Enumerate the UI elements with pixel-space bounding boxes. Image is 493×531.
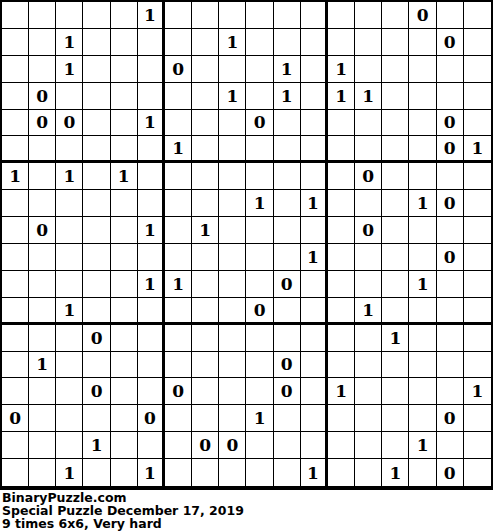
- empty-cell-r11c4[interactable]: [83, 271, 110, 298]
- empty-cell-r5c14[interactable]: [355, 110, 382, 137]
- empty-cell-r1c9[interactable]: [219, 2, 246, 29]
- empty-cell-r6c4[interactable]: [83, 136, 110, 163]
- empty-cell-r2c2[interactable]: [29, 29, 56, 56]
- empty-cell-r7c15[interactable]: [382, 163, 409, 190]
- given-digit-cell-r5c10: 0: [246, 110, 273, 137]
- given-digit-cell-r9c14: 0: [355, 217, 382, 244]
- empty-cell-r9c16[interactable]: [409, 217, 436, 244]
- empty-cell-r10c8[interactable]: [192, 244, 219, 271]
- empty-cell-r16c18[interactable]: [464, 405, 491, 432]
- empty-cell-r12c17[interactable]: [437, 298, 464, 325]
- empty-cell-r12c18[interactable]: [464, 298, 491, 325]
- empty-cell-r18c14[interactable]: [355, 459, 382, 486]
- empty-cell-r1c15[interactable]: [382, 2, 409, 29]
- empty-cell-r11c18[interactable]: [464, 271, 491, 298]
- empty-cell-r11c3[interactable]: [56, 271, 83, 298]
- empty-cell-r6c11[interactable]: [274, 136, 301, 163]
- empty-cell-r5c11[interactable]: [274, 110, 301, 137]
- empty-cell-r6c15[interactable]: [382, 136, 409, 163]
- empty-cell-r15c16[interactable]: [409, 378, 436, 405]
- empty-cell-r7c7[interactable]: [165, 163, 192, 190]
- empty-cell-r2c1[interactable]: [2, 29, 29, 56]
- empty-cell-r8c15[interactable]: [382, 190, 409, 217]
- empty-cell-r15c3[interactable]: [56, 378, 83, 405]
- empty-cell-r2c10[interactable]: [246, 29, 273, 56]
- empty-cell-r17c11[interactable]: [274, 432, 301, 459]
- empty-cell-r13c3[interactable]: [56, 325, 83, 352]
- empty-cell-r7c6[interactable]: [138, 163, 165, 190]
- empty-cell-r11c12[interactable]: [301, 271, 328, 298]
- given-digit-cell-r17c9: 0: [219, 432, 246, 459]
- empty-cell-r12c12[interactable]: [301, 298, 328, 325]
- empty-cell-r8c4[interactable]: [83, 190, 110, 217]
- empty-cell-r18c11[interactable]: [274, 459, 301, 486]
- empty-cell-r11c2[interactable]: [29, 271, 56, 298]
- empty-cell-r9c9[interactable]: [219, 217, 246, 244]
- given-digit-cell-r15c13: 1: [328, 378, 355, 405]
- empty-cell-r8c13[interactable]: [328, 190, 355, 217]
- empty-cell-r15c14[interactable]: [355, 378, 382, 405]
- empty-cell-r3c2[interactable]: [29, 56, 56, 83]
- given-digit-cell-r12c10: 0: [246, 298, 273, 325]
- given-digit-cell-r17c16: 1: [409, 432, 436, 459]
- empty-cell-r18c9[interactable]: [219, 459, 246, 486]
- empty-cell-r16c8[interactable]: [192, 405, 219, 432]
- empty-cell-r12c4[interactable]: [83, 298, 110, 325]
- empty-cell-r13c17[interactable]: [437, 325, 464, 352]
- empty-cell-r6c13[interactable]: [328, 136, 355, 163]
- empty-cell-r3c5[interactable]: [111, 56, 138, 83]
- empty-cell-r12c6[interactable]: [138, 298, 165, 325]
- empty-cell-r6c10[interactable]: [246, 136, 273, 163]
- empty-cell-r16c4[interactable]: [83, 405, 110, 432]
- empty-cell-r18c8[interactable]: [192, 459, 219, 486]
- given-digit-cell-r16c10: 1: [246, 405, 273, 432]
- empty-cell-r4c4[interactable]: [83, 83, 110, 110]
- empty-cell-r6c3[interactable]: [56, 136, 83, 163]
- empty-cell-r6c5[interactable]: [111, 136, 138, 163]
- given-digit-cell-r14c11: 0: [274, 352, 301, 379]
- empty-cell-r16c11[interactable]: [274, 405, 301, 432]
- given-digit-cell-r11c6: 1: [138, 271, 165, 298]
- empty-cell-r6c2[interactable]: [29, 136, 56, 163]
- empty-cell-r15c12[interactable]: [301, 378, 328, 405]
- empty-cell-r3c16[interactable]: [409, 56, 436, 83]
- empty-cell-r10c16[interactable]: [409, 244, 436, 271]
- empty-cell-r5c18[interactable]: [464, 110, 491, 137]
- given-digit-cell-r4c13: 1: [328, 83, 355, 110]
- empty-cell-r2c14[interactable]: [355, 29, 382, 56]
- given-digit-cell-r8c16: 1: [409, 190, 436, 217]
- empty-cell-r14c6[interactable]: [138, 352, 165, 379]
- empty-cell-r3c17[interactable]: [437, 56, 464, 83]
- empty-cell-r8c6[interactable]: [138, 190, 165, 217]
- empty-cell-r14c12[interactable]: [301, 352, 328, 379]
- empty-cell-r12c15[interactable]: [382, 298, 409, 325]
- empty-cell-r13c18[interactable]: [464, 325, 491, 352]
- empty-cell-r12c13[interactable]: [328, 298, 355, 325]
- empty-cell-r4c8[interactable]: [192, 83, 219, 110]
- empty-cell-r4c16[interactable]: [409, 83, 436, 110]
- empty-cell-r8c18[interactable]: [464, 190, 491, 217]
- empty-cell-r13c11[interactable]: [274, 325, 301, 352]
- empty-cell-r5c8[interactable]: [192, 110, 219, 137]
- empty-cell-r17c10[interactable]: [246, 432, 273, 459]
- empty-cell-r10c9[interactable]: [219, 244, 246, 271]
- empty-cell-r2c7[interactable]: [165, 29, 192, 56]
- empty-cell-r17c3[interactable]: [56, 432, 83, 459]
- empty-cell-r16c12[interactable]: [301, 405, 328, 432]
- given-digit-cell-r8c17: 0: [437, 190, 464, 217]
- empty-cell-r7c13[interactable]: [328, 163, 355, 190]
- empty-cell-r4c18[interactable]: [464, 83, 491, 110]
- given-digit-cell-r1c6: 1: [138, 2, 165, 29]
- empty-cell-r5c12[interactable]: [301, 110, 328, 137]
- empty-cell-r15c6[interactable]: [138, 378, 165, 405]
- empty-cell-r13c10[interactable]: [246, 325, 273, 352]
- empty-cell-r8c5[interactable]: [111, 190, 138, 217]
- empty-cell-r16c16[interactable]: [409, 405, 436, 432]
- empty-cell-r14c8[interactable]: [192, 352, 219, 379]
- empty-cell-r3c4[interactable]: [83, 56, 110, 83]
- empty-cell-r11c8[interactable]: [192, 271, 219, 298]
- empty-cell-r11c13[interactable]: [328, 271, 355, 298]
- empty-cell-r15c10[interactable]: [246, 378, 273, 405]
- empty-cell-r18c13[interactable]: [328, 459, 355, 486]
- empty-cell-r17c7[interactable]: [165, 432, 192, 459]
- empty-cell-r9c15[interactable]: [382, 217, 409, 244]
- empty-cell-r2c12[interactable]: [301, 29, 328, 56]
- empty-cell-r9c13[interactable]: [328, 217, 355, 244]
- empty-cell-r16c14[interactable]: [355, 405, 382, 432]
- empty-cell-r3c18[interactable]: [464, 56, 491, 83]
- empty-cell-r3c1[interactable]: [2, 56, 29, 83]
- given-digit-cell-r2c17: 0: [437, 29, 464, 56]
- given-digit-cell-r3c11: 1: [274, 56, 301, 83]
- empty-cell-r9c1[interactable]: [2, 217, 29, 244]
- empty-cell-r9c4[interactable]: [83, 217, 110, 244]
- empty-cell-r2c18[interactable]: [464, 29, 491, 56]
- empty-cell-r9c17[interactable]: [437, 217, 464, 244]
- empty-cell-r4c12[interactable]: [301, 83, 328, 110]
- empty-cell-r5c4[interactable]: [83, 110, 110, 137]
- empty-cell-r13c16[interactable]: [409, 325, 436, 352]
- empty-cell-r11c14[interactable]: [355, 271, 382, 298]
- empty-cell-r1c4[interactable]: [83, 2, 110, 29]
- empty-cell-r4c15[interactable]: [382, 83, 409, 110]
- empty-cell-r15c9[interactable]: [219, 378, 246, 405]
- empty-cell-r1c3[interactable]: [56, 2, 83, 29]
- given-digit-cell-r3c7: 0: [165, 56, 192, 83]
- empty-cell-r13c8[interactable]: [192, 325, 219, 352]
- empty-cell-r3c14[interactable]: [355, 56, 382, 83]
- empty-cell-r17c1[interactable]: [2, 432, 29, 459]
- empty-cell-r13c2[interactable]: [29, 325, 56, 352]
- empty-cell-r17c6[interactable]: [138, 432, 165, 459]
- empty-cell-r2c15[interactable]: [382, 29, 409, 56]
- empty-cell-r8c3[interactable]: [56, 190, 83, 217]
- empty-cell-r14c14[interactable]: [355, 352, 382, 379]
- empty-cell-r6c16[interactable]: [409, 136, 436, 163]
- empty-cell-r10c10[interactable]: [246, 244, 273, 271]
- empty-cell-r10c1[interactable]: [2, 244, 29, 271]
- empty-cell-r11c1[interactable]: [2, 271, 29, 298]
- empty-cell-r9c7[interactable]: [165, 217, 192, 244]
- given-digit-cell-r9c6: 1: [138, 217, 165, 244]
- empty-cell-r1c10[interactable]: [246, 2, 273, 29]
- empty-cell-r7c4[interactable]: [83, 163, 110, 190]
- empty-cell-r10c2[interactable]: [29, 244, 56, 271]
- empty-cell-r12c7[interactable]: [165, 298, 192, 325]
- empty-cell-r14c9[interactable]: [219, 352, 246, 379]
- empty-cell-r1c17[interactable]: [437, 2, 464, 29]
- empty-cell-r4c1[interactable]: [2, 83, 29, 110]
- empty-cell-r8c1[interactable]: [2, 190, 29, 217]
- empty-cell-r14c7[interactable]: [165, 352, 192, 379]
- empty-cell-r14c5[interactable]: [111, 352, 138, 379]
- empty-cell-r14c13[interactable]: [328, 352, 355, 379]
- empty-cell-r11c17[interactable]: [437, 271, 464, 298]
- empty-cell-r15c15[interactable]: [382, 378, 409, 405]
- empty-cell-r8c11[interactable]: [274, 190, 301, 217]
- empty-cell-r11c9[interactable]: [219, 271, 246, 298]
- empty-cell-r5c1[interactable]: [2, 110, 29, 137]
- empty-cell-r15c17[interactable]: [437, 378, 464, 405]
- empty-cell-r3c10[interactable]: [246, 56, 273, 83]
- empty-cell-r10c7[interactable]: [165, 244, 192, 271]
- empty-cell-r1c8[interactable]: [192, 2, 219, 29]
- empty-cell-r9c10[interactable]: [246, 217, 273, 244]
- given-digit-cell-r12c3: 1: [56, 298, 83, 325]
- empty-cell-r9c3[interactable]: [56, 217, 83, 244]
- empty-cell-r17c2[interactable]: [29, 432, 56, 459]
- empty-cell-r13c7[interactable]: [165, 325, 192, 352]
- empty-cell-r6c8[interactable]: [192, 136, 219, 163]
- empty-cell-r17c18[interactable]: [464, 432, 491, 459]
- given-digit-cell-r13c4: 0: [83, 325, 110, 352]
- given-digit-cell-r18c3: 1: [56, 459, 83, 486]
- empty-cell-r8c8[interactable]: [192, 190, 219, 217]
- empty-cell-r12c1[interactable]: [2, 298, 29, 325]
- empty-cell-r10c15[interactable]: [382, 244, 409, 271]
- given-digit-cell-r15c4: 0: [83, 378, 110, 405]
- empty-cell-r14c15[interactable]: [382, 352, 409, 379]
- given-digit-cell-r5c2: 0: [29, 110, 56, 137]
- empty-cell-r11c10[interactable]: [246, 271, 273, 298]
- empty-cell-r9c12[interactable]: [301, 217, 328, 244]
- empty-cell-r1c1[interactable]: [2, 2, 29, 29]
- empty-cell-r1c14[interactable]: [355, 2, 382, 29]
- empty-cell-r14c4[interactable]: [83, 352, 110, 379]
- empty-cell-r4c6[interactable]: [138, 83, 165, 110]
- given-digit-cell-r11c11: 0: [274, 271, 301, 298]
- given-digit-cell-r6c18: 1: [464, 136, 491, 163]
- empty-cell-r5c15[interactable]: [382, 110, 409, 137]
- empty-cell-r7c11[interactable]: [274, 163, 301, 190]
- empty-cell-r5c7[interactable]: [165, 110, 192, 137]
- empty-cell-r8c7[interactable]: [165, 190, 192, 217]
- empty-cell-r6c6[interactable]: [138, 136, 165, 163]
- empty-cell-r6c9[interactable]: [219, 136, 246, 163]
- empty-cell-r13c14[interactable]: [355, 325, 382, 352]
- given-digit-cell-r3c3: 1: [56, 56, 83, 83]
- empty-cell-r13c1[interactable]: [2, 325, 29, 352]
- empty-cell-r4c7[interactable]: [165, 83, 192, 110]
- empty-cell-r1c13[interactable]: [328, 2, 355, 29]
- empty-cell-r17c14[interactable]: [355, 432, 382, 459]
- empty-cell-r2c6[interactable]: [138, 29, 165, 56]
- empty-cell-r1c7[interactable]: [165, 2, 192, 29]
- empty-cell-r15c5[interactable]: [111, 378, 138, 405]
- empty-cell-r18c1[interactable]: [2, 459, 29, 486]
- empty-cell-r2c8[interactable]: [192, 29, 219, 56]
- given-digit-cell-r8c10: 1: [246, 190, 273, 217]
- empty-cell-r4c17[interactable]: [437, 83, 464, 110]
- given-digit-cell-r5c17: 0: [437, 110, 464, 137]
- empty-cell-r1c11[interactable]: [274, 2, 301, 29]
- empty-cell-r11c5[interactable]: [111, 271, 138, 298]
- empty-cell-r7c18[interactable]: [464, 163, 491, 190]
- empty-cell-r1c5[interactable]: [111, 2, 138, 29]
- empty-cell-r4c5[interactable]: [111, 83, 138, 110]
- empty-cell-r8c14[interactable]: [355, 190, 382, 217]
- empty-cell-r3c15[interactable]: [382, 56, 409, 83]
- given-digit-cell-r6c7: 1: [165, 136, 192, 163]
- empty-cell-r14c1[interactable]: [2, 352, 29, 379]
- empty-cell-r6c14[interactable]: [355, 136, 382, 163]
- empty-cell-r18c16[interactable]: [409, 459, 436, 486]
- empty-cell-r10c14[interactable]: [355, 244, 382, 271]
- empty-cell-r16c15[interactable]: [382, 405, 409, 432]
- empty-cell-r10c4[interactable]: [83, 244, 110, 271]
- empty-cell-r18c2[interactable]: [29, 459, 56, 486]
- empty-cell-r10c13[interactable]: [328, 244, 355, 271]
- given-digit-cell-r9c2: 0: [29, 217, 56, 244]
- empty-cell-r7c2[interactable]: [29, 163, 56, 190]
- empty-cell-r13c6[interactable]: [138, 325, 165, 352]
- empty-cell-r8c9[interactable]: [219, 190, 246, 217]
- empty-cell-r6c1[interactable]: [2, 136, 29, 163]
- given-digit-cell-r4c11: 1: [274, 83, 301, 110]
- empty-cell-r6c12[interactable]: [301, 136, 328, 163]
- empty-cell-r12c16[interactable]: [409, 298, 436, 325]
- empty-cell-r16c5[interactable]: [111, 405, 138, 432]
- empty-cell-r18c18[interactable]: [464, 459, 491, 486]
- empty-cell-r10c18[interactable]: [464, 244, 491, 271]
- empty-cell-r2c4[interactable]: [83, 29, 110, 56]
- given-digit-cell-r16c17: 0: [437, 405, 464, 432]
- empty-cell-r15c8[interactable]: [192, 378, 219, 405]
- empty-cell-r8c2[interactable]: [29, 190, 56, 217]
- empty-cell-r4c10[interactable]: [246, 83, 273, 110]
- empty-cell-r2c13[interactable]: [328, 29, 355, 56]
- empty-cell-r9c11[interactable]: [274, 217, 301, 244]
- empty-cell-r17c15[interactable]: [382, 432, 409, 459]
- given-digit-cell-r15c18: 1: [464, 378, 491, 405]
- empty-cell-r10c5[interactable]: [111, 244, 138, 271]
- empty-cell-r13c5[interactable]: [111, 325, 138, 352]
- empty-cell-r10c6[interactable]: [138, 244, 165, 271]
- empty-cell-r9c18[interactable]: [464, 217, 491, 244]
- empty-cell-r9c5[interactable]: [111, 217, 138, 244]
- empty-cell-r16c2[interactable]: [29, 405, 56, 432]
- empty-cell-r12c5[interactable]: [111, 298, 138, 325]
- empty-cell-r14c18[interactable]: [464, 352, 491, 379]
- empty-cell-r18c4[interactable]: [83, 459, 110, 486]
- empty-cell-r7c10[interactable]: [246, 163, 273, 190]
- empty-cell-r1c18[interactable]: [464, 2, 491, 29]
- empty-cell-r3c6[interactable]: [138, 56, 165, 83]
- empty-cell-r5c13[interactable]: [328, 110, 355, 137]
- given-digit-cell-r10c12: 1: [301, 244, 328, 271]
- empty-cell-r18c10[interactable]: [246, 459, 273, 486]
- given-digit-cell-r13c15: 1: [382, 325, 409, 352]
- empty-cell-r12c9[interactable]: [219, 298, 246, 325]
- empty-cell-r14c10[interactable]: [246, 352, 273, 379]
- empty-cell-r18c7[interactable]: [165, 459, 192, 486]
- empty-cell-r5c16[interactable]: [409, 110, 436, 137]
- empty-cell-r4c3[interactable]: [56, 83, 83, 110]
- empty-cell-r14c3[interactable]: [56, 352, 83, 379]
- empty-cell-r3c12[interactable]: [301, 56, 328, 83]
- given-digit-cell-r7c14: 0: [355, 163, 382, 190]
- given-digit-cell-r16c6: 0: [138, 405, 165, 432]
- empty-cell-r12c8[interactable]: [192, 298, 219, 325]
- empty-cell-r16c13[interactable]: [328, 405, 355, 432]
- empty-cell-r17c13[interactable]: [328, 432, 355, 459]
- given-digit-cell-r5c3: 0: [56, 110, 83, 137]
- empty-cell-r7c12[interactable]: [301, 163, 328, 190]
- empty-cell-r14c16[interactable]: [409, 352, 436, 379]
- empty-cell-r5c5[interactable]: [111, 110, 138, 137]
- empty-cell-r7c8[interactable]: [192, 163, 219, 190]
- given-digit-cell-r1c16: 0: [409, 2, 436, 29]
- empty-cell-r7c16[interactable]: [409, 163, 436, 190]
- given-digit-cell-r2c9: 1: [219, 29, 246, 56]
- empty-cell-r11c15[interactable]: [382, 271, 409, 298]
- empty-cell-r13c9[interactable]: [219, 325, 246, 352]
- given-digit-cell-r12c14: 1: [355, 298, 382, 325]
- empty-cell-r13c13[interactable]: [328, 325, 355, 352]
- given-digit-cell-r5c6: 1: [138, 110, 165, 137]
- empty-cell-r14c17[interactable]: [437, 352, 464, 379]
- empty-cell-r15c1[interactable]: [2, 378, 29, 405]
- empty-cell-r10c3[interactable]: [56, 244, 83, 271]
- empty-cell-r12c2[interactable]: [29, 298, 56, 325]
- empty-cell-r10c11[interactable]: [274, 244, 301, 271]
- empty-cell-r17c5[interactable]: [111, 432, 138, 459]
- empty-cell-r17c17[interactable]: [437, 432, 464, 459]
- empty-cell-r16c3[interactable]: [56, 405, 83, 432]
- empty-cell-r2c16[interactable]: [409, 29, 436, 56]
- empty-cell-r13c12[interactable]: [301, 325, 328, 352]
- empty-cell-r7c9[interactable]: [219, 163, 246, 190]
- empty-cell-r18c5[interactable]: [111, 459, 138, 486]
- empty-cell-r12c11[interactable]: [274, 298, 301, 325]
- empty-cell-r1c12[interactable]: [301, 2, 328, 29]
- empty-cell-r2c5[interactable]: [111, 29, 138, 56]
- empty-cell-r1c2[interactable]: [29, 2, 56, 29]
- empty-cell-r16c7[interactable]: [165, 405, 192, 432]
- empty-cell-r17c12[interactable]: [301, 432, 328, 459]
- empty-cell-r5c9[interactable]: [219, 110, 246, 137]
- empty-cell-r3c8[interactable]: [192, 56, 219, 83]
- empty-cell-r2c11[interactable]: [274, 29, 301, 56]
- empty-cell-r15c2[interactable]: [29, 378, 56, 405]
- empty-cell-r3c9[interactable]: [219, 56, 246, 83]
- empty-cell-r7c17[interactable]: [437, 163, 464, 190]
- empty-cell-r16c9[interactable]: [219, 405, 246, 432]
